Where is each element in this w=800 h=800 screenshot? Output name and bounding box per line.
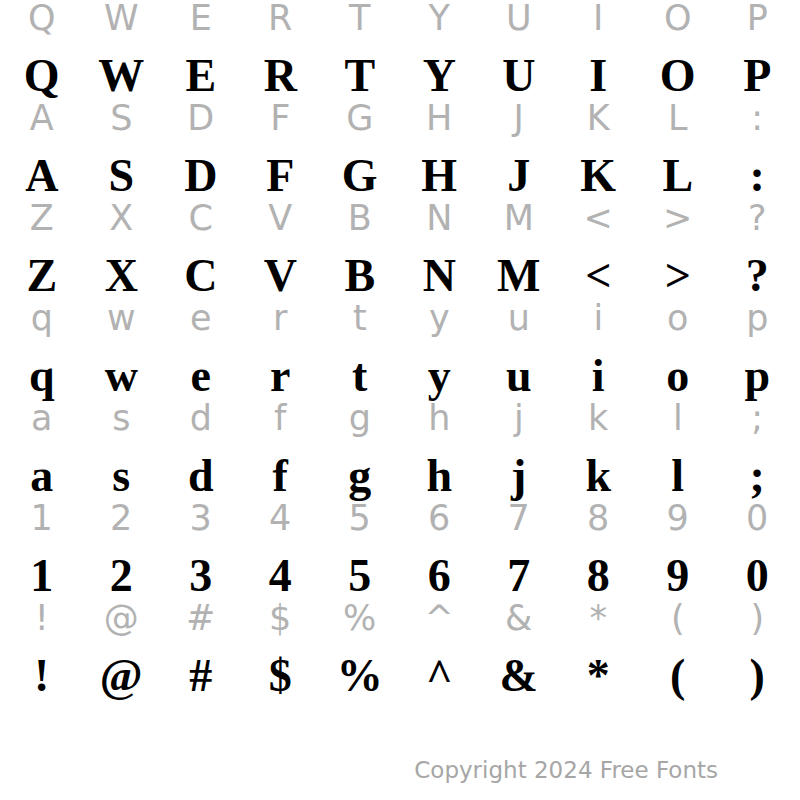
glyph-cell-r3-c8: K — [587, 101, 610, 136]
glyph-cell-r11-c8: 8 — [587, 501, 609, 536]
glyph-cell-r13-c7: & — [505, 601, 532, 636]
glyph-cell-r11-c3: 3 — [190, 501, 212, 536]
glyph-cell-r13-c3: # — [186, 601, 215, 636]
glyph-cell-r7-c7: u — [508, 301, 530, 336]
glyph-cell-r3-c5: G — [346, 101, 373, 136]
glyph-cell-r11-c1: 1 — [31, 501, 53, 536]
glyph-row-9-light: asdfghjkl; — [2, 388, 797, 448]
glyph-cell-r7-c6: y — [429, 301, 450, 336]
glyph-row-1-light: QWERTYUIOP — [2, 0, 797, 48]
glyph-cell-r9-c1: a — [31, 401, 52, 436]
glyph-row-14-bold: !@#$%^&*() — [2, 646, 797, 706]
glyph-cell-r3-c4: F — [270, 101, 290, 136]
glyph-cell-r1-c9: O — [664, 1, 692, 36]
glyph-cell-r11-c4: 4 — [269, 501, 291, 536]
glyph-cell-r5-c10: ? — [748, 201, 767, 236]
glyph-cell-r14-c3: # — [189, 653, 212, 699]
glyph-cell-r14-c2: @ — [100, 653, 143, 699]
glyph-cell-r3-c9: L — [668, 101, 688, 136]
glyph-cell-r11-c7: 7 — [508, 501, 530, 536]
glyph-cell-r9-c5: g — [349, 401, 371, 436]
glyph-cell-r13-c1: ! — [35, 601, 49, 636]
glyph-row-11-light: 1234567890 — [2, 488, 797, 548]
glyph-cell-r13-c5: % — [343, 601, 376, 636]
glyph-cell-r9-c8: k — [588, 401, 608, 436]
glyph-cell-r7-c8: i — [593, 301, 603, 336]
glyph-cell-r11-c5: 5 — [349, 501, 371, 536]
glyph-cell-r5-c4: V — [268, 201, 292, 236]
glyph-cell-r1-c5: T — [349, 1, 370, 36]
glyph-cell-r9-c6: h — [428, 401, 450, 436]
glyph-cell-r7-c10: p — [746, 301, 768, 336]
glyph-cell-r5-c1: Z — [30, 201, 54, 236]
glyph-cell-r7-c1: q — [31, 301, 53, 336]
glyph-row-3-light: ASDFGHJKL: — [2, 88, 797, 148]
glyph-cell-r13-c6: ^ — [425, 601, 454, 636]
glyph-cell-r11-c10: 0 — [746, 501, 768, 536]
glyph-cell-r1-c8: I — [593, 1, 603, 36]
glyph-cell-r5-c9: > — [663, 201, 692, 236]
glyph-cell-r5-c7: M — [504, 201, 534, 236]
glyph-cell-r14-c4: $ — [269, 653, 292, 699]
glyph-cell-r11-c9: 9 — [667, 501, 689, 536]
glyph-row-13-light: !@#$%^&*() — [2, 588, 797, 648]
glyph-cell-r7-c4: r — [273, 301, 287, 336]
font-specimen-sheet: QWERTYUIOPQWERTYUIOPASDFGHJKL:ASDFGHJKL:… — [0, 0, 800, 800]
glyph-cell-r1-c10: P — [747, 1, 768, 36]
glyph-cell-r9-c4: f — [274, 401, 286, 436]
glyph-cell-r5-c5: B — [348, 201, 372, 236]
glyph-cell-r3-c7: J — [514, 101, 524, 136]
glyph-cell-r11-c2: 2 — [110, 501, 132, 536]
glyph-cell-r13-c8: * — [590, 601, 608, 636]
glyph-cell-r7-c5: t — [353, 301, 367, 336]
glyph-cell-r13-c10: ) — [750, 601, 764, 636]
glyph-cell-r1-c2: W — [104, 1, 139, 36]
glyph-cell-r5-c2: X — [109, 201, 133, 236]
glyph-cell-r7-c9: o — [667, 301, 688, 336]
glyph-cell-r14-c10: ) — [750, 653, 765, 699]
glyph-cell-r7-c2: w — [107, 301, 136, 336]
glyph-cell-r1-c4: R — [268, 1, 292, 36]
glyph-cell-r5-c8: < — [584, 201, 613, 236]
glyph-cell-r13-c2: @ — [104, 601, 139, 636]
glyph-cell-r9-c7: j — [514, 401, 524, 436]
glyph-cell-r5-c6: N — [426, 201, 452, 236]
glyph-cell-r14-c5: % — [337, 653, 383, 699]
glyph-cell-r9-c3: d — [190, 401, 212, 436]
glyph-cell-r13-c4: $ — [269, 601, 291, 636]
glyph-cell-r14-c1: ! — [34, 653, 49, 699]
glyph-row-7-light: qwertyuiop — [2, 288, 797, 348]
glyph-cell-r14-c7: & — [500, 653, 538, 699]
glyph-cell-r3-c10: : — [751, 101, 763, 136]
glyph-cell-r14-c9: ( — [670, 653, 685, 699]
glyph-cell-r3-c6: H — [426, 101, 452, 136]
glyph-cell-r14-c6: ^ — [426, 653, 453, 699]
copyright-text: Copyright 2024 Free Fonts — [414, 757, 718, 785]
glyph-cell-r1-c6: Y — [429, 1, 450, 36]
glyph-cell-r14-c8: * — [587, 653, 610, 699]
glyph-cell-r13-c9: ( — [671, 601, 685, 636]
glyph-cell-r1-c1: Q — [28, 1, 56, 36]
glyph-cell-r3-c3: D — [187, 101, 214, 136]
glyph-cell-r3-c1: A — [30, 101, 54, 136]
glyph-row-5-light: ZXCVBNM<>? — [2, 188, 797, 248]
glyph-cell-r11-c6: 6 — [428, 501, 450, 536]
glyph-cell-r3-c2: S — [110, 101, 132, 136]
glyph-cell-r5-c3: C — [189, 201, 213, 236]
glyph-cell-r9-c10: ; — [751, 401, 763, 436]
glyph-cell-r9-c9: l — [673, 401, 683, 436]
glyph-cell-r1-c7: U — [506, 1, 532, 36]
glyph-cell-r7-c3: e — [190, 301, 212, 336]
glyph-cell-r1-c3: E — [190, 1, 212, 36]
glyph-cell-r9-c2: s — [112, 401, 130, 436]
